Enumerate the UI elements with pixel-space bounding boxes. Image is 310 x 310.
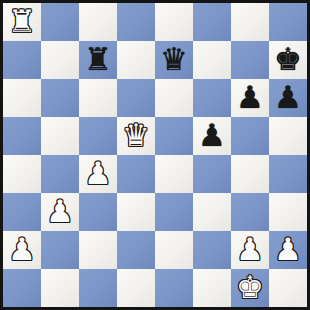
square-f3[interactable] (193, 193, 231, 231)
square-b5[interactable] (41, 117, 79, 155)
square-c3[interactable] (79, 193, 117, 231)
square-e8[interactable] (155, 3, 193, 41)
square-b8[interactable] (41, 3, 79, 41)
square-h8[interactable] (269, 3, 307, 41)
square-a2[interactable]: ♟ (3, 231, 41, 269)
square-e5[interactable] (155, 117, 193, 155)
square-e3[interactable] (155, 193, 193, 231)
square-c2[interactable] (79, 231, 117, 269)
square-e2[interactable] (155, 231, 193, 269)
square-f7[interactable] (193, 41, 231, 79)
square-f8[interactable] (193, 3, 231, 41)
piece-white-rook[interactable]: ♜ (8, 2, 36, 40)
square-d4[interactable] (117, 155, 155, 193)
square-b7[interactable] (41, 41, 79, 79)
square-h2[interactable]: ♟ (269, 231, 307, 269)
square-e6[interactable] (155, 79, 193, 117)
piece-white-queen[interactable]: ♛ (122, 116, 150, 154)
square-a4[interactable] (3, 155, 41, 193)
piece-black-pawn[interactable]: ♟ (236, 78, 264, 116)
square-g3[interactable] (231, 193, 269, 231)
square-a3[interactable] (3, 193, 41, 231)
square-b2[interactable] (41, 231, 79, 269)
square-d6[interactable] (117, 79, 155, 117)
piece-white-king[interactable]: ♚ (236, 268, 264, 306)
square-c6[interactable] (79, 79, 117, 117)
square-a5[interactable] (3, 117, 41, 155)
chess-board: ♜♜♛♚♟♟♛♟♟♟♟♟♟♚ (3, 3, 307, 307)
square-b4[interactable] (41, 155, 79, 193)
square-c4[interactable]: ♟ (79, 155, 117, 193)
square-c1[interactable] (79, 269, 117, 307)
square-f5[interactable]: ♟ (193, 117, 231, 155)
square-f4[interactable] (193, 155, 231, 193)
square-e7[interactable]: ♛ (155, 41, 193, 79)
square-h7[interactable]: ♚ (269, 41, 307, 79)
square-b6[interactable] (41, 79, 79, 117)
square-a7[interactable] (3, 41, 41, 79)
piece-white-pawn[interactable]: ♟ (236, 230, 264, 268)
square-g6[interactable]: ♟ (231, 79, 269, 117)
square-d7[interactable] (117, 41, 155, 79)
chess-board-frame: ♜♜♛♚♟♟♛♟♟♟♟♟♟♚ (0, 0, 310, 310)
square-d3[interactable] (117, 193, 155, 231)
square-h6[interactable]: ♟ (269, 79, 307, 117)
square-c8[interactable] (79, 3, 117, 41)
piece-black-pawn[interactable]: ♟ (198, 116, 226, 154)
piece-black-queen[interactable]: ♛ (160, 40, 188, 78)
square-g5[interactable] (231, 117, 269, 155)
square-e4[interactable] (155, 155, 193, 193)
piece-white-pawn[interactable]: ♟ (84, 154, 112, 192)
square-g8[interactable] (231, 3, 269, 41)
square-c5[interactable] (79, 117, 117, 155)
piece-white-pawn[interactable]: ♟ (46, 192, 74, 230)
square-f6[interactable] (193, 79, 231, 117)
piece-white-pawn[interactable]: ♟ (8, 230, 36, 268)
square-a1[interactable] (3, 269, 41, 307)
square-b3[interactable]: ♟ (41, 193, 79, 231)
piece-black-pawn[interactable]: ♟ (274, 78, 302, 116)
square-a8[interactable]: ♜ (3, 3, 41, 41)
square-f1[interactable] (193, 269, 231, 307)
piece-black-rook[interactable]: ♜ (84, 40, 112, 78)
square-d5[interactable]: ♛ (117, 117, 155, 155)
square-d1[interactable] (117, 269, 155, 307)
square-c7[interactable]: ♜ (79, 41, 117, 79)
square-g7[interactable] (231, 41, 269, 79)
square-b1[interactable] (41, 269, 79, 307)
square-h5[interactable] (269, 117, 307, 155)
square-d8[interactable] (117, 3, 155, 41)
square-e1[interactable] (155, 269, 193, 307)
piece-black-king[interactable]: ♚ (274, 40, 302, 78)
square-h4[interactable] (269, 155, 307, 193)
square-d2[interactable] (117, 231, 155, 269)
square-f2[interactable] (193, 231, 231, 269)
piece-white-pawn[interactable]: ♟ (274, 230, 302, 268)
square-a6[interactable] (3, 79, 41, 117)
square-h3[interactable] (269, 193, 307, 231)
square-g2[interactable]: ♟ (231, 231, 269, 269)
square-g4[interactable] (231, 155, 269, 193)
square-g1[interactable]: ♚ (231, 269, 269, 307)
square-h1[interactable] (269, 269, 307, 307)
